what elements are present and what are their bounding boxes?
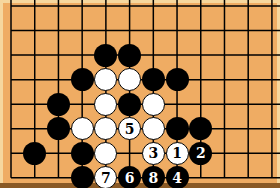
stone-black	[166, 117, 189, 140]
stone-white-move-7: 7	[94, 166, 117, 188]
stone-black	[118, 44, 141, 67]
stone-black	[71, 166, 94, 188]
stone-black-move-4: 4	[166, 166, 189, 188]
stone-black	[23, 142, 46, 165]
stone-black	[142, 68, 165, 91]
stone-white	[142, 117, 165, 140]
stone-white-move-3: 3	[142, 142, 165, 165]
stone-black	[71, 142, 94, 165]
stone-black	[71, 68, 94, 91]
stone-black-move-2: 2	[189, 142, 212, 165]
stone-black	[118, 93, 141, 116]
stone-black	[94, 44, 117, 67]
stone-black	[47, 93, 70, 116]
stone-black	[166, 68, 189, 91]
stone-black-move-8: 8	[142, 166, 165, 188]
stone-white	[142, 93, 165, 116]
stone-white	[94, 93, 117, 116]
stone-white-move-1: 1	[166, 142, 189, 165]
stone-white	[71, 117, 94, 140]
go-board: 53127684	[0, 0, 280, 188]
stone-black-move-6: 6	[118, 166, 141, 188]
